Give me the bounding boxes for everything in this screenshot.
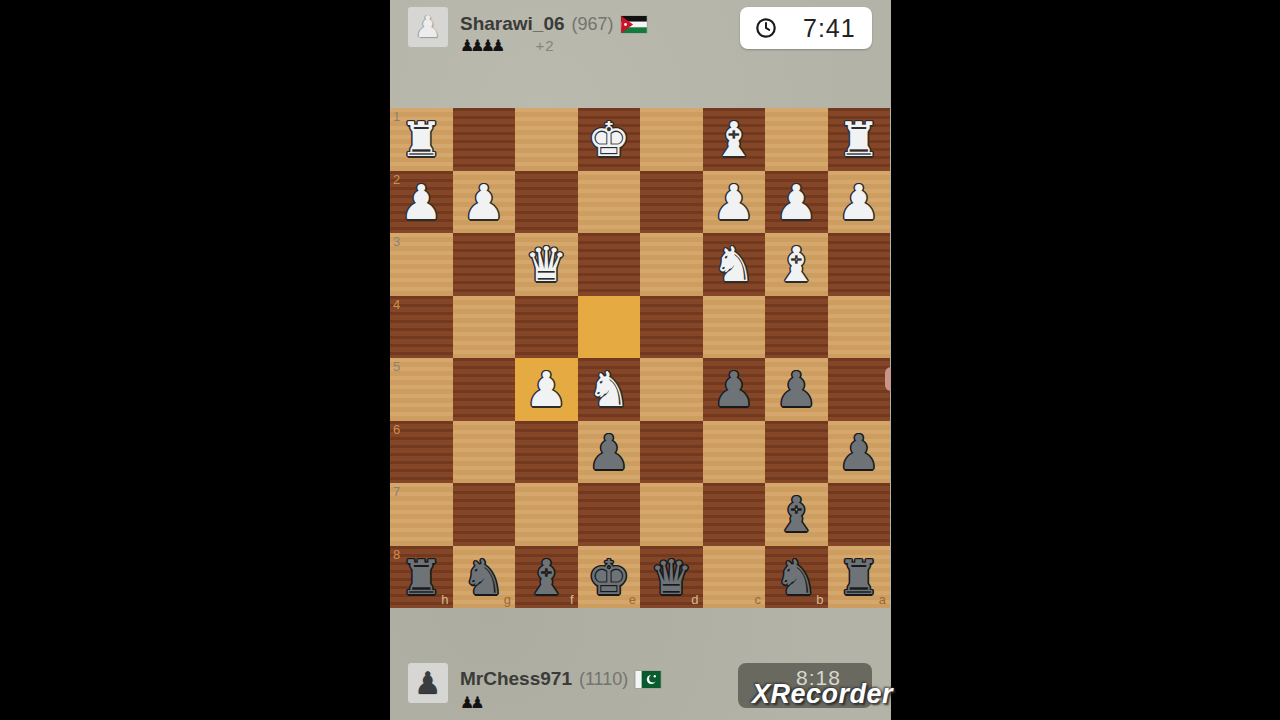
piece-wQ-f3[interactable]: ♛ bbox=[515, 233, 578, 296]
square-e7[interactable] bbox=[578, 483, 641, 546]
square-a6[interactable]: ♟ bbox=[828, 421, 891, 484]
square-f2[interactable] bbox=[515, 171, 578, 234]
square-f5[interactable]: ♟ bbox=[515, 358, 578, 421]
video-frame: ♟ Sharawi_06 (967) ♟♟♟♟ +2 7:41 bbox=[390, 0, 891, 720]
screen-recorder-floating-tab[interactable] bbox=[885, 367, 891, 391]
top-captured-pawns: ♟♟♟♟ bbox=[460, 36, 501, 55]
piece-bP-e6[interactable]: ♟ bbox=[578, 421, 641, 484]
square-d7[interactable] bbox=[640, 483, 703, 546]
square-a7[interactable] bbox=[828, 483, 891, 546]
square-h5[interactable]: 5 bbox=[390, 358, 453, 421]
piece-bB-f8[interactable]: ♝ bbox=[515, 546, 578, 609]
square-h7[interactable]: 7 bbox=[390, 483, 453, 546]
piece-wB-c1[interactable]: ♝ bbox=[703, 108, 766, 171]
square-f8[interactable]: f♝ bbox=[515, 546, 578, 609]
top-player-clock: 7:41 bbox=[740, 7, 872, 49]
square-g7[interactable] bbox=[453, 483, 516, 546]
square-g1[interactable] bbox=[453, 108, 516, 171]
square-f7[interactable] bbox=[515, 483, 578, 546]
square-e4[interactable] bbox=[578, 296, 641, 359]
square-c1[interactable]: ♝ bbox=[703, 108, 766, 171]
square-c8[interactable]: c bbox=[703, 546, 766, 609]
square-a5[interactable] bbox=[828, 358, 891, 421]
square-b4[interactable] bbox=[765, 296, 828, 359]
square-d1[interactable] bbox=[640, 108, 703, 171]
piece-bR-a8[interactable]: ♜ bbox=[828, 546, 891, 609]
square-a1[interactable]: ♜ bbox=[828, 108, 891, 171]
rank-label-3: 3 bbox=[393, 235, 400, 248]
square-h4[interactable]: 4 bbox=[390, 296, 453, 359]
top-player-rating: (967) bbox=[572, 14, 614, 35]
square-g2[interactable]: ♟ bbox=[453, 171, 516, 234]
square-e8[interactable]: e♚ bbox=[578, 546, 641, 609]
square-b5[interactable]: ♟ bbox=[765, 358, 828, 421]
rank-label-5: 5 bbox=[393, 360, 400, 373]
rank-label-7: 7 bbox=[393, 485, 400, 498]
white-pawn-avatar-icon: ♟ bbox=[415, 7, 442, 47]
rank-label-4: 4 bbox=[393, 298, 400, 311]
square-f1[interactable] bbox=[515, 108, 578, 171]
top-player-name: Sharawi_06 bbox=[460, 13, 565, 35]
square-d2[interactable] bbox=[640, 171, 703, 234]
square-f6[interactable] bbox=[515, 421, 578, 484]
square-d3[interactable] bbox=[640, 233, 703, 296]
black-pawn-avatar-icon: ♟ bbox=[415, 663, 442, 703]
square-c3[interactable]: ♞ bbox=[703, 233, 766, 296]
bottom-player-name: MrChess971 bbox=[460, 668, 572, 690]
piece-bN-b8[interactable]: ♞ bbox=[765, 546, 828, 609]
square-g6[interactable] bbox=[453, 421, 516, 484]
square-h6[interactable]: 6 bbox=[390, 421, 453, 484]
top-material-advantage: +2 bbox=[535, 37, 554, 54]
square-c4[interactable] bbox=[703, 296, 766, 359]
square-h8[interactable]: 8h♜ bbox=[390, 546, 453, 609]
bottom-player-avatar: ♟ bbox=[408, 663, 448, 703]
square-e5[interactable]: ♞ bbox=[578, 358, 641, 421]
piece-bB-b7[interactable]: ♝ bbox=[765, 483, 828, 546]
square-f3[interactable]: ♛ bbox=[515, 233, 578, 296]
square-g5[interactable] bbox=[453, 358, 516, 421]
top-clock-time: 7:41 bbox=[803, 14, 856, 43]
square-a3[interactable] bbox=[828, 233, 891, 296]
square-h3[interactable]: 3 bbox=[390, 233, 453, 296]
chess-board[interactable]: 1♜♚♝♜2♟♟♟♟♟3♛♞♝45♟♞♟♟6♟♟7♝8h♜g♞f♝e♚d♛cb♞… bbox=[390, 108, 890, 608]
piece-bQ-d8[interactable]: ♛ bbox=[640, 546, 703, 609]
square-g4[interactable] bbox=[453, 296, 516, 359]
piece-wP-b2[interactable]: ♟ bbox=[765, 171, 828, 234]
piece-bP-b5[interactable]: ♟ bbox=[765, 358, 828, 421]
piece-wP-g2[interactable]: ♟ bbox=[453, 171, 516, 234]
piece-bN-g8[interactable]: ♞ bbox=[453, 546, 516, 609]
bottom-player-rating: (1110) bbox=[579, 669, 628, 690]
piece-wN-c3[interactable]: ♞ bbox=[703, 233, 766, 296]
square-b1[interactable] bbox=[765, 108, 828, 171]
square-c6[interactable] bbox=[703, 421, 766, 484]
square-e2[interactable] bbox=[578, 171, 641, 234]
pakistan-flag-icon bbox=[635, 671, 661, 688]
piece-wR-h1[interactable]: ♜ bbox=[390, 108, 453, 171]
square-c2[interactable]: ♟ bbox=[703, 171, 766, 234]
jordan-flag-icon bbox=[621, 16, 647, 33]
square-b7[interactable]: ♝ bbox=[765, 483, 828, 546]
piece-bP-a6[interactable]: ♟ bbox=[828, 421, 891, 484]
xrecorder-watermark: XRecorder bbox=[752, 679, 893, 710]
square-a2[interactable]: ♟ bbox=[828, 171, 891, 234]
piece-wK-e1[interactable]: ♚ bbox=[578, 108, 641, 171]
square-d4[interactable] bbox=[640, 296, 703, 359]
square-b6[interactable] bbox=[765, 421, 828, 484]
square-b8[interactable]: b♞ bbox=[765, 546, 828, 609]
square-g3[interactable] bbox=[453, 233, 516, 296]
piece-wN-e5[interactable]: ♞ bbox=[578, 358, 641, 421]
top-player-avatar: ♟ bbox=[408, 7, 448, 47]
piece-bK-e8[interactable]: ♚ bbox=[578, 546, 641, 609]
rank-label-6: 6 bbox=[393, 423, 400, 436]
square-d8[interactable]: d♛ bbox=[640, 546, 703, 609]
piece-bP-c5[interactable]: ♟ bbox=[703, 358, 766, 421]
piece-bR-h8[interactable]: ♜ bbox=[390, 546, 453, 609]
piece-wP-f5[interactable]: ♟ bbox=[515, 358, 578, 421]
square-a8[interactable]: a♜ bbox=[828, 546, 891, 609]
square-e6[interactable]: ♟ bbox=[578, 421, 641, 484]
square-e3[interactable] bbox=[578, 233, 641, 296]
file-label-c: c bbox=[755, 593, 762, 606]
square-e1[interactable]: ♚ bbox=[578, 108, 641, 171]
bottom-captured-pawns: ♟♟ bbox=[460, 693, 481, 712]
clock-icon bbox=[755, 17, 777, 39]
square-h1[interactable]: 1♜ bbox=[390, 108, 453, 171]
square-d5[interactable] bbox=[640, 358, 703, 421]
square-d6[interactable] bbox=[640, 421, 703, 484]
square-h2[interactable]: 2♟ bbox=[390, 171, 453, 234]
square-a4[interactable] bbox=[828, 296, 891, 359]
square-g8[interactable]: g♞ bbox=[453, 546, 516, 609]
piece-wP-c2[interactable]: ♟ bbox=[703, 171, 766, 234]
square-f4[interactable] bbox=[515, 296, 578, 359]
piece-wP-a2[interactable]: ♟ bbox=[828, 171, 891, 234]
square-b3[interactable]: ♝ bbox=[765, 233, 828, 296]
piece-wR-a1[interactable]: ♜ bbox=[828, 108, 891, 171]
square-c5[interactable]: ♟ bbox=[703, 358, 766, 421]
square-b2[interactable]: ♟ bbox=[765, 171, 828, 234]
piece-wP-h2[interactable]: ♟ bbox=[390, 171, 453, 234]
square-c7[interactable] bbox=[703, 483, 766, 546]
piece-wB-b3[interactable]: ♝ bbox=[765, 233, 828, 296]
